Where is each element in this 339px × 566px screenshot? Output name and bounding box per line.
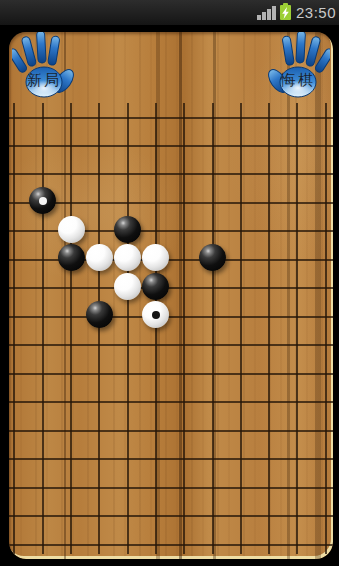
- grid-line-horizontal: [9, 145, 333, 147]
- white-stone: [58, 216, 85, 243]
- grid-line-horizontal: [9, 487, 333, 489]
- white-stone: [86, 244, 113, 271]
- last-move-marker: [39, 197, 47, 205]
- white-stone: [114, 273, 141, 300]
- grid-line-horizontal: [9, 316, 333, 318]
- new-game-label: 新局: [27, 71, 61, 90]
- signal-strength-icon: [256, 5, 276, 20]
- white-stone: [114, 244, 141, 271]
- status-time: 23:50: [296, 4, 336, 21]
- grid-line-horizontal: [9, 202, 333, 204]
- white-stone: [142, 244, 169, 271]
- status-bar: 23:50: [0, 0, 339, 25]
- black-stone: [199, 244, 226, 271]
- grid-line-horizontal: [9, 458, 333, 460]
- undo-label: 悔棋: [281, 71, 315, 90]
- grid-line-horizontal: [9, 515, 333, 517]
- grid-line-horizontal: [9, 430, 333, 432]
- game-board[interactable]: 新局 悔棋: [9, 32, 333, 559]
- grid-line-horizontal: [9, 173, 333, 175]
- black-stone: [86, 301, 113, 328]
- phone-screen: 23:50: [0, 0, 339, 566]
- grid-line-horizontal: [9, 544, 333, 546]
- undo-button[interactable]: 悔棋: [266, 32, 330, 100]
- battery-charging-icon: [280, 5, 291, 20]
- last-move-marker: [152, 311, 160, 319]
- white-stone: [142, 301, 169, 328]
- new-game-button[interactable]: 新局: [12, 32, 76, 100]
- lightning-bolt-icon: [281, 7, 290, 19]
- grid-line-horizontal: [9, 117, 333, 119]
- grid-line-horizontal: [9, 287, 333, 289]
- grid-line-horizontal: [9, 401, 333, 403]
- black-stone: [142, 273, 169, 300]
- grid-line-horizontal: [9, 373, 333, 375]
- black-stone: [114, 216, 141, 243]
- black-stone: [29, 187, 56, 214]
- black-stone: [58, 244, 85, 271]
- grid-line-horizontal: [9, 344, 333, 346]
